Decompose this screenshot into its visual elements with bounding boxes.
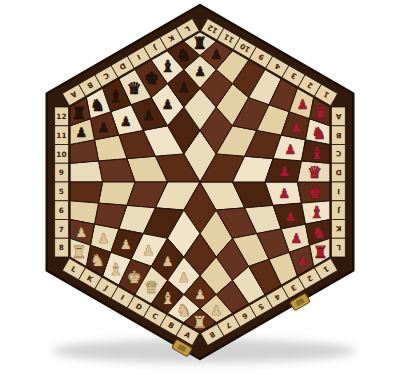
border-label: D xyxy=(336,168,342,177)
border-label: J xyxy=(337,205,341,214)
red-pawn[interactable]: ♟ xyxy=(297,253,309,268)
black-pawn[interactable]: ♟ xyxy=(162,97,174,112)
white-king[interactable]: ♚ xyxy=(127,268,142,287)
white-queen[interactable]: ♛ xyxy=(144,278,159,297)
white-bishop[interactable]: ♝ xyxy=(108,260,123,279)
red-rook[interactable]: ♜ xyxy=(313,104,328,123)
black-rook[interactable]: ♜ xyxy=(72,104,87,123)
red-pawn[interactable]: ♟ xyxy=(278,164,290,179)
red-knight[interactable]: ♞ xyxy=(311,124,326,143)
black-pawn[interactable]: ♟ xyxy=(142,108,154,123)
border-label: B xyxy=(335,130,341,139)
black-knight[interactable]: ♞ xyxy=(90,96,105,115)
black-pawn[interactable]: ♟ xyxy=(194,64,206,79)
black-bishop[interactable]: ♝ xyxy=(160,57,175,76)
white-pawn[interactable]: ♟ xyxy=(210,303,222,318)
red-bishop[interactable]: ♝ xyxy=(309,203,324,222)
red-pawn[interactable]: ♟ xyxy=(297,97,309,112)
black-pawn[interactable]: ♟ xyxy=(210,47,222,62)
white-pawn[interactable]: ♟ xyxy=(98,231,110,246)
white-bishop[interactable]: ♝ xyxy=(160,289,175,308)
red-pawn[interactable]: ♟ xyxy=(284,209,296,224)
border-label: 11 xyxy=(56,131,66,140)
border-label: I xyxy=(337,187,340,196)
red-pawn[interactable]: ♟ xyxy=(291,120,303,135)
border-label: 5 xyxy=(59,187,64,196)
red-bishop[interactable]: ♝ xyxy=(309,144,324,163)
red-king[interactable]: ♚ xyxy=(307,183,322,202)
red-queen[interactable]: ♛ xyxy=(307,163,322,182)
black-queen[interactable]: ♛ xyxy=(127,79,142,98)
black-pawn[interactable]: ♟ xyxy=(75,125,87,140)
border-label: 12 xyxy=(56,112,66,121)
red-pawn[interactable]: ♟ xyxy=(278,186,290,201)
white-pawn[interactable]: ♟ xyxy=(120,237,132,252)
red-pawn[interactable]: ♟ xyxy=(284,142,296,157)
black-pawn[interactable]: ♟ xyxy=(178,80,190,95)
white-pawn[interactable]: ♟ xyxy=(75,225,87,240)
white-pawn[interactable]: ♟ xyxy=(162,254,174,269)
border-label: 9 xyxy=(59,168,64,177)
black-bishop[interactable]: ♝ xyxy=(108,87,123,106)
black-rook[interactable]: ♜ xyxy=(193,34,208,53)
red-pawn[interactable]: ♟ xyxy=(291,231,303,246)
board-cell[interactable] xyxy=(70,182,103,203)
black-pawn[interactable]: ♟ xyxy=(98,120,110,135)
red-rook[interactable]: ♜ xyxy=(313,243,328,262)
border-label: 7 xyxy=(59,225,64,234)
white-knight[interactable]: ♞ xyxy=(176,301,191,320)
three-player-chess-photo: ABCDIJKL12111095678LKJIDCBA87654321ABCDI… xyxy=(0,0,400,375)
border-label: 10 xyxy=(56,150,66,159)
white-pawn[interactable]: ♟ xyxy=(194,287,206,302)
board-svg: ABCDIJKL12111095678LKJIDCBA87654321ABCDI… xyxy=(0,0,400,375)
white-rook[interactable]: ♜ xyxy=(193,313,208,332)
white-pawn[interactable]: ♟ xyxy=(142,243,154,258)
white-rook[interactable]: ♜ xyxy=(72,243,87,262)
black-king[interactable]: ♚ xyxy=(144,69,159,88)
border-label: 6 xyxy=(59,206,64,215)
black-pawn[interactable]: ♟ xyxy=(120,114,132,129)
black-knight[interactable]: ♞ xyxy=(176,46,191,65)
white-pawn[interactable]: ♟ xyxy=(178,270,190,285)
border-label: A xyxy=(335,112,341,121)
border-label: K xyxy=(335,224,341,233)
red-knight[interactable]: ♞ xyxy=(311,223,326,242)
white-knight[interactable]: ♞ xyxy=(90,251,105,270)
border-label: L xyxy=(336,243,341,252)
border-label: 8 xyxy=(59,243,64,252)
board-cell[interactable] xyxy=(70,161,103,182)
border-label: C xyxy=(336,149,341,158)
